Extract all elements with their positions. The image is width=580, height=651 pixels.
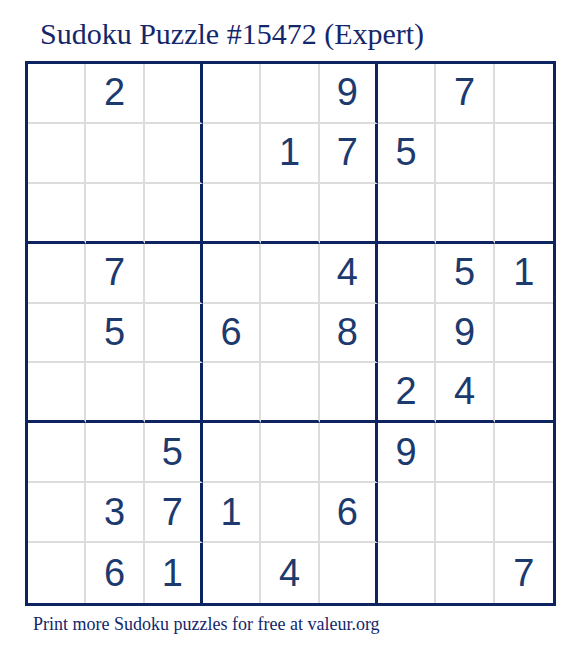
cell-r2c5[interactable]: 1: [261, 124, 319, 184]
cell-r5c2[interactable]: 5: [86, 304, 144, 364]
cell-r4c6[interactable]: 4: [320, 244, 378, 304]
cell-r5c1[interactable]: [28, 304, 86, 364]
cell-r3c5[interactable]: [261, 184, 319, 244]
cell-r6c2[interactable]: [86, 363, 144, 423]
cell-r4c7[interactable]: [378, 244, 436, 304]
cell-r2c7[interactable]: 5: [378, 124, 436, 184]
cell-r5c6[interactable]: 8: [320, 304, 378, 364]
footer-note: Print more Sudoku puzzles for free at va…: [33, 614, 380, 635]
cell-r6c5[interactable]: [261, 363, 319, 423]
cell-r1c4[interactable]: [203, 64, 261, 124]
cell-r1c7[interactable]: [378, 64, 436, 124]
cell-r3c6[interactable]: [320, 184, 378, 244]
cell-r8c2[interactable]: 3: [86, 483, 144, 543]
cell-r3c1[interactable]: [28, 184, 86, 244]
cell-r3c4[interactable]: [203, 184, 261, 244]
cell-r5c7[interactable]: [378, 304, 436, 364]
cell-r9c9[interactable]: 7: [495, 543, 553, 603]
cell-r1c5[interactable]: [261, 64, 319, 124]
cell-r8c9[interactable]: [495, 483, 553, 543]
cell-r7c1[interactable]: [28, 423, 86, 483]
cell-r8c4[interactable]: 1: [203, 483, 261, 543]
cell-r7c3[interactable]: 5: [145, 423, 203, 483]
cell-r8c5[interactable]: [261, 483, 319, 543]
cell-r4c9[interactable]: 1: [495, 244, 553, 304]
page-title: Sudoku Puzzle #15472 (Expert): [40, 16, 424, 52]
cell-r3c2[interactable]: [86, 184, 144, 244]
cell-r6c8[interactable]: 4: [436, 363, 494, 423]
cell-r8c7[interactable]: [378, 483, 436, 543]
cell-r3c7[interactable]: [378, 184, 436, 244]
cell-r4c1[interactable]: [28, 244, 86, 304]
cell-r7c5[interactable]: [261, 423, 319, 483]
cell-r9c7[interactable]: [378, 543, 436, 603]
cell-r3c9[interactable]: [495, 184, 553, 244]
cell-r6c4[interactable]: [203, 363, 261, 423]
cell-r2c4[interactable]: [203, 124, 261, 184]
cell-r7c7[interactable]: 9: [378, 423, 436, 483]
cell-r2c6[interactable]: 7: [320, 124, 378, 184]
cell-r7c4[interactable]: [203, 423, 261, 483]
cell-r1c6[interactable]: 9: [320, 64, 378, 124]
cell-r4c3[interactable]: [145, 244, 203, 304]
cell-r2c1[interactable]: [28, 124, 86, 184]
cell-r9c1[interactable]: [28, 543, 86, 603]
cell-r5c8[interactable]: 9: [436, 304, 494, 364]
cell-r5c5[interactable]: [261, 304, 319, 364]
cell-r2c9[interactable]: [495, 124, 553, 184]
cell-r3c8[interactable]: [436, 184, 494, 244]
cell-r1c3[interactable]: [145, 64, 203, 124]
cell-r9c5[interactable]: 4: [261, 543, 319, 603]
cell-r2c8[interactable]: [436, 124, 494, 184]
cell-r4c8[interactable]: 5: [436, 244, 494, 304]
cell-r2c2[interactable]: [86, 124, 144, 184]
cell-r8c1[interactable]: [28, 483, 86, 543]
cell-r4c4[interactable]: [203, 244, 261, 304]
cell-r3c3[interactable]: [145, 184, 203, 244]
cell-r6c9[interactable]: [495, 363, 553, 423]
cell-r9c2[interactable]: 6: [86, 543, 144, 603]
cell-r5c9[interactable]: [495, 304, 553, 364]
cell-r9c8[interactable]: [436, 543, 494, 603]
cell-r1c2[interactable]: 2: [86, 64, 144, 124]
cell-r6c1[interactable]: [28, 363, 86, 423]
cell-r9c4[interactable]: [203, 543, 261, 603]
cell-r6c7[interactable]: 2: [378, 363, 436, 423]
cell-r7c8[interactable]: [436, 423, 494, 483]
sudoku-board: 29717574515689245937166147: [25, 61, 556, 606]
cell-r6c6[interactable]: [320, 363, 378, 423]
cell-r8c6[interactable]: 6: [320, 483, 378, 543]
cell-r7c9[interactable]: [495, 423, 553, 483]
cell-r1c1[interactable]: [28, 64, 86, 124]
cell-r5c4[interactable]: 6: [203, 304, 261, 364]
cell-r7c6[interactable]: [320, 423, 378, 483]
cell-r4c5[interactable]: [261, 244, 319, 304]
cell-r9c6[interactable]: [320, 543, 378, 603]
cell-r1c8[interactable]: 7: [436, 64, 494, 124]
cell-r4c2[interactable]: 7: [86, 244, 144, 304]
cell-r6c3[interactable]: [145, 363, 203, 423]
cell-r7c2[interactable]: [86, 423, 144, 483]
cell-r2c3[interactable]: [145, 124, 203, 184]
cell-r8c8[interactable]: [436, 483, 494, 543]
cell-r5c3[interactable]: [145, 304, 203, 364]
cell-r9c3[interactable]: 1: [145, 543, 203, 603]
cell-r8c3[interactable]: 7: [145, 483, 203, 543]
cell-r1c9[interactable]: [495, 64, 553, 124]
